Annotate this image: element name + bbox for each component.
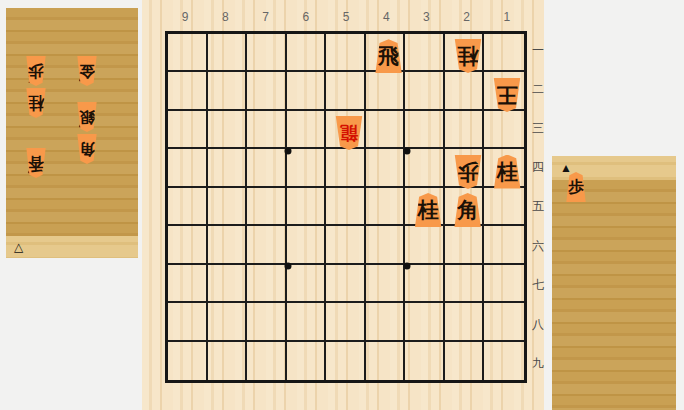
board-cell[interactable] [247, 34, 287, 72]
board-cell[interactable] [445, 111, 485, 149]
board-cell[interactable] [366, 303, 406, 341]
piece-kanji: 角 [79, 134, 95, 164]
board-cell[interactable] [326, 226, 366, 264]
board-cell[interactable] [326, 188, 366, 226]
board-cell[interactable] [247, 72, 287, 110]
board-cell[interactable] [208, 111, 248, 149]
board-cell[interactable] [168, 72, 208, 110]
board-cell[interactable] [287, 342, 327, 380]
board-cell[interactable] [405, 111, 445, 149]
sente-captured-panel: ▲ 歩 [552, 156, 676, 410]
board-cell[interactable] [326, 34, 366, 72]
board-cell[interactable] [247, 265, 287, 303]
file-label: 3 [406, 6, 446, 28]
file-label: 5 [326, 6, 366, 28]
board-cell[interactable] [168, 149, 208, 187]
shogi-board: 飛桂王龍歩桂桂角 [165, 31, 527, 383]
board-cell[interactable] [287, 34, 327, 72]
board-cell[interactable] [405, 34, 445, 72]
piece-kanji: 王 [497, 78, 518, 112]
piece-kanji: 銀 [79, 102, 95, 132]
board-cell[interactable] [247, 111, 287, 149]
board-cell[interactable] [247, 303, 287, 341]
board-cell[interactable] [208, 188, 248, 226]
gote-captured-panel: 歩16金4桂銀4香4角 △ [6, 8, 138, 258]
board-cell[interactable] [168, 188, 208, 226]
board-cell[interactable] [445, 303, 485, 341]
file-label: 1 [487, 6, 527, 28]
board-cell[interactable] [405, 265, 445, 303]
file-label: 4 [366, 6, 406, 28]
shogi-piece-bishop-gote[interactable]: 角 [76, 134, 98, 164]
rank-label: 五 [528, 187, 548, 226]
file-label: 6 [286, 6, 326, 28]
board-cell[interactable] [287, 265, 327, 303]
board-cell[interactable] [208, 72, 248, 110]
piece-kanji: 飛 [378, 39, 399, 73]
piece-kanji: 香 [28, 148, 44, 178]
board-cell[interactable] [405, 72, 445, 110]
piece-kanji: 桂 [418, 193, 439, 227]
board-cell[interactable] [287, 72, 327, 110]
board-cell[interactable] [366, 72, 406, 110]
board-cell[interactable] [484, 342, 524, 380]
board-cell[interactable] [168, 111, 208, 149]
board-cell[interactable] [208, 226, 248, 264]
file-label: 9 [165, 6, 205, 28]
rank-label: 三 [528, 109, 548, 148]
board-cell[interactable] [208, 34, 248, 72]
board-cell[interactable] [445, 226, 485, 264]
board-cell[interactable] [326, 303, 366, 341]
board-cell[interactable] [168, 34, 208, 72]
board-cell[interactable] [287, 188, 327, 226]
rank-labels: 一二三四五六七八九 [528, 31, 548, 383]
board-cell[interactable] [326, 149, 366, 187]
piece-kanji: 金 [79, 56, 95, 86]
rank-label: 七 [528, 266, 548, 305]
board-cell[interactable] [326, 265, 366, 303]
board-cell[interactable] [484, 188, 524, 226]
board-cell[interactable] [484, 226, 524, 264]
gote-marker-band: △ [6, 236, 138, 258]
board-cell[interactable] [208, 265, 248, 303]
piece-kanji: 龍 [340, 116, 358, 150]
shogi-app: 987654321 飛桂王龍歩桂桂角 一二三四五六七八九 歩16金4桂銀4香4角… [0, 0, 684, 410]
star-point [285, 263, 292, 270]
rank-label: 四 [528, 148, 548, 187]
file-label: 2 [447, 6, 487, 28]
file-label: 7 [245, 6, 285, 28]
board-cell[interactable] [366, 111, 406, 149]
board-cell[interactable] [326, 72, 366, 110]
gote-hand-entry-lance: 香4 [25, 164, 35, 178]
piece-kanji: 角 [457, 193, 478, 227]
board-cell[interactable] [366, 265, 406, 303]
piece-kanji: 歩 [28, 56, 44, 86]
board-cell[interactable] [366, 226, 406, 264]
board-cell[interactable] [168, 303, 208, 341]
star-point [403, 147, 410, 154]
board-cell[interactable] [445, 265, 485, 303]
board-cell[interactable] [445, 72, 485, 110]
rank-label: 六 [528, 227, 548, 266]
gote-hand-entry-gold: 金4 [76, 72, 86, 86]
board-cell[interactable] [287, 303, 327, 341]
board-cell[interactable] [366, 342, 406, 380]
board-cell[interactable] [168, 342, 208, 380]
gote-hand-entry-pawn: 歩16 [25, 72, 42, 86]
board-cell[interactable] [208, 149, 248, 187]
star-point [403, 263, 410, 270]
shogi-piece-pawn-sente[interactable]: 歩 [565, 172, 587, 202]
star-point [285, 147, 292, 154]
board-cell[interactable] [287, 111, 327, 149]
gote-hand-entry-silver: 銀4 [76, 118, 86, 132]
board-cell[interactable] [445, 342, 485, 380]
gote-marker: △ [14, 240, 23, 254]
rank-label: 九 [528, 344, 548, 383]
board-cell[interactable] [366, 188, 406, 226]
board-cell[interactable] [208, 342, 248, 380]
board-cell[interactable] [247, 188, 287, 226]
board-cell[interactable] [326, 342, 366, 380]
sente-hand-area: 歩 [552, 156, 676, 410]
piece-kanji: 歩 [457, 155, 478, 189]
board-cell[interactable] [484, 111, 524, 149]
piece-kanji: 桂 [28, 88, 44, 118]
board-cell[interactable] [247, 342, 287, 380]
rank-label: 八 [528, 305, 548, 344]
piece-kanji: 歩 [568, 172, 584, 202]
board-cell[interactable] [405, 342, 445, 380]
board-area: 987654321 飛桂王龍歩桂桂角 一二三四五六七八九 [142, 0, 544, 410]
file-label: 8 [205, 6, 245, 28]
board-cell[interactable] [484, 265, 524, 303]
file-labels: 987654321 [165, 6, 527, 28]
board-cell[interactable] [168, 226, 208, 264]
board-cell[interactable] [168, 265, 208, 303]
gote-hand-area: 歩16金4桂銀4香4角 [6, 8, 138, 258]
board-cell[interactable] [484, 34, 524, 72]
board-cell[interactable] [484, 303, 524, 341]
board-cell[interactable] [405, 226, 445, 264]
board-cell[interactable] [366, 149, 406, 187]
board-cell[interactable] [405, 303, 445, 341]
piece-kanji: 桂 [457, 39, 478, 73]
board-cell[interactable] [405, 149, 445, 187]
rank-label: 二 [528, 70, 548, 109]
board-cell[interactable] [287, 226, 327, 264]
rank-label: 一 [528, 31, 548, 70]
piece-kanji: 桂 [497, 155, 518, 189]
board-cell[interactable] [247, 226, 287, 264]
board-cell[interactable] [287, 149, 327, 187]
board-cell[interactable] [247, 149, 287, 187]
board-cell[interactable] [208, 303, 248, 341]
shogi-piece-knight-gote[interactable]: 桂 [25, 88, 47, 118]
